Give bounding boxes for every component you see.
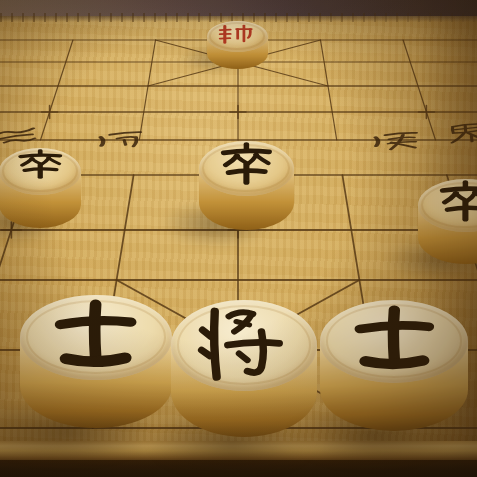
piece-black-soldier[interactable]: [199, 141, 294, 230]
piece-character-士: [47, 298, 144, 376]
xiangqi-photo-scene: [0, 0, 477, 477]
piece-character-卒: [14, 149, 66, 182]
piece-character-帥: [217, 23, 256, 48]
piece-character-将: [197, 303, 290, 387]
piece-character-士: [347, 304, 442, 377]
piece-black-soldier[interactable]: [0, 148, 81, 228]
piece-black-soldier[interactable]: [418, 179, 477, 264]
piece-character-卒: [435, 180, 477, 226]
piece-black-general[interactable]: [171, 300, 317, 437]
piece-black-advisor[interactable]: [320, 300, 468, 431]
pieces-layer: [0, 0, 477, 477]
piece-black-advisor[interactable]: [20, 295, 172, 428]
piece-red-general[interactable]: [207, 21, 268, 69]
piece-character-卒: [216, 142, 277, 189]
